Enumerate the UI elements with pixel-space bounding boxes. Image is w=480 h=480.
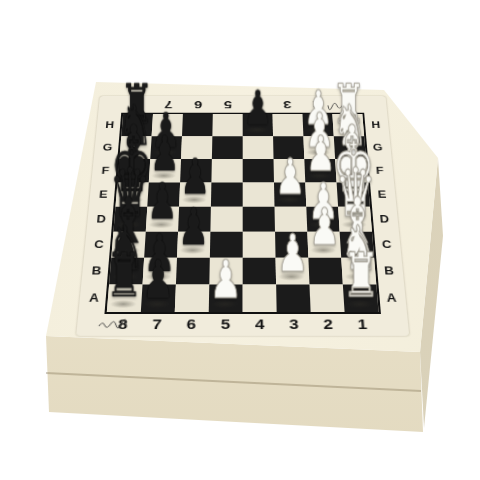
coordinate-label: 4 — [243, 312, 277, 336]
square-b6[interactable] — [176, 258, 210, 285]
coordinate-label: 2 — [302, 96, 333, 114]
square-g5[interactable] — [212, 136, 243, 159]
black-pawn[interactable]: ♟ — [180, 152, 210, 201]
board-perspective-wrapper: ♜♟♟♜♞♟♟♞♝♟♟♝♚♟♟♚♛♟♟♛♝♟♟♝♞♟♟♞♜♟♟♜ 8765432… — [89, 0, 396, 432]
square-a3[interactable] — [276, 284, 311, 312]
square-c4[interactable] — [243, 232, 276, 258]
squares-grid[interactable]: ♜♟♟♜♞♟♟♞♝♟♟♝♚♟♟♚♛♟♟♛♝♟♟♝♞♟♟♞♜♟♟♜ — [107, 114, 379, 312]
square-g4[interactable] — [243, 136, 274, 159]
square-a2[interactable] — [309, 284, 344, 312]
square-a8[interactable]: ♜ — [107, 284, 143, 312]
coordinate-label: 4 — [243, 96, 273, 114]
square-h4[interactable]: ♟ — [243, 114, 273, 136]
coordinate-label: 7 — [153, 96, 184, 114]
white-pawn[interactable]: ♟ — [275, 152, 305, 201]
brand-script-mark — [97, 319, 128, 330]
square-d5[interactable] — [210, 207, 242, 232]
square-c2[interactable]: ♟ — [307, 232, 341, 258]
square-b3[interactable]: ♟ — [276, 258, 310, 285]
square-f5[interactable] — [211, 159, 242, 183]
coordinate-label: 2 — [311, 312, 346, 336]
black-pawn[interactable]: ♟ — [150, 129, 180, 178]
square-a7[interactable]: ♟ — [141, 284, 176, 312]
square-a1[interactable]: ♜ — [343, 284, 379, 312]
white-pawn[interactable]: ♟ — [306, 129, 336, 178]
coordinate-label: 6 — [183, 96, 213, 114]
square-a4[interactable] — [243, 284, 277, 312]
white-rook[interactable]: ♜ — [342, 245, 379, 306]
rank-labels-near-edge: 87654321 — [105, 312, 381, 336]
coordinate-label: 1 — [345, 312, 381, 336]
vinyl-board-sheet: ♜♟♟♜♞♟♟♞♝♟♟♝♚♟♟♚♛♟♟♛♝♟♟♝♞♟♟♞♜♟♟♜ 8765432… — [76, 96, 409, 336]
coordinate-label: A — [376, 284, 407, 312]
square-e4[interactable] — [243, 182, 275, 206]
white-pawn[interactable]: ♟ — [210, 254, 242, 307]
white-pawn[interactable]: ♟ — [309, 201, 340, 252]
black-rook[interactable]: ♜ — [106, 245, 143, 306]
square-f4[interactable] — [243, 159, 274, 183]
coordinate-label: 1 — [331, 96, 362, 114]
square-h5[interactable] — [212, 114, 242, 136]
square-h3[interactable] — [273, 114, 304, 136]
square-c6[interactable]: ♟ — [177, 232, 210, 258]
square-b2[interactable] — [308, 258, 342, 285]
black-pawn[interactable]: ♟ — [178, 201, 209, 252]
square-e3[interactable]: ♟ — [274, 182, 306, 206]
coordinate-label: 3 — [272, 96, 302, 114]
square-h6[interactable] — [182, 114, 213, 136]
coordinate-label: 3 — [277, 312, 312, 336]
coordinate-label: 5 — [213, 96, 243, 114]
white-pawn[interactable]: ♟ — [277, 227, 309, 279]
square-d4[interactable] — [243, 207, 275, 232]
black-pawn[interactable]: ♟ — [147, 176, 178, 226]
coordinate-label: 7 — [139, 312, 174, 336]
chess-set-photo: ♜♟♟♜♞♟♟♞♝♟♟♝♚♟♟♚♛♟♟♛♝♟♟♝♞♟♟♞♜♟♟♜ 8765432… — [0, 0, 480, 480]
square-a6[interactable] — [175, 284, 210, 312]
square-a5[interactable]: ♟ — [209, 284, 243, 312]
black-pawn[interactable]: ♟ — [142, 254, 174, 307]
square-b4[interactable] — [243, 258, 276, 285]
square-e5[interactable] — [211, 182, 243, 206]
rank-labels-far-edge: 87654321 — [123, 96, 362, 114]
coordinate-label: 8 — [123, 96, 154, 114]
coordinate-label: 6 — [174, 312, 209, 336]
coordinate-label: 5 — [208, 312, 242, 336]
